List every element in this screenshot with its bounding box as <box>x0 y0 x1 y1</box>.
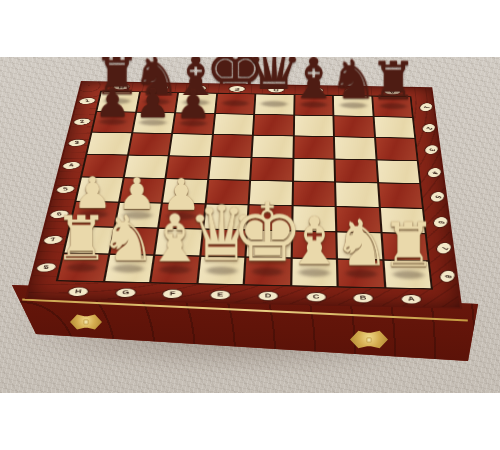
file-label-top-C: C <box>306 87 324 94</box>
chess-board: 1234567812345678HGFEDCBAHGFEDCBA ♜♞♝♛♚♝♞… <box>25 81 463 309</box>
file-label-top-A: A <box>383 88 401 95</box>
photo-area: 1234567812345678HGFEDCBAHGFEDCBA ♜♞♝♛♚♝♞… <box>0 57 500 393</box>
product-photo-canvas: 1234567812345678HGFEDCBAHGFEDCBA ♜♞♝♛♚♝♞… <box>0 0 500 450</box>
dark-rook-glyph: ♜ <box>370 57 416 107</box>
light-rook-glyph: ♜ <box>381 215 436 276</box>
pieces-layer: ♜♞♝♛♚♝♞♜♟♟♟♜♞♝♚♛♝♞♜♟♟♟ <box>25 81 463 309</box>
file-label-top-D: D <box>267 86 284 93</box>
board-scene: 1234567812345678HGFEDCBAHGFEDCBA ♜♞♝♛♚♝♞… <box>0 57 500 393</box>
file-label-top-G: G <box>151 84 169 91</box>
